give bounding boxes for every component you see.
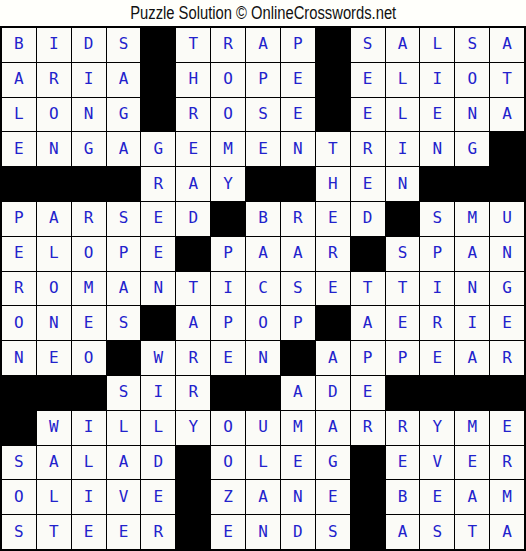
letter-cell[interactable]: L: [141, 411, 175, 445]
letter-cell[interactable]: G: [490, 272, 524, 306]
letter-cell[interactable]: L: [386, 63, 420, 97]
letter-cell[interactable]: C: [246, 272, 280, 306]
letter-cell[interactable]: E: [211, 515, 245, 549]
letter-cell[interactable]: A: [107, 132, 141, 166]
letter-cell[interactable]: E: [490, 411, 524, 445]
letter-cell[interactable]: D: [72, 28, 106, 62]
letter-cell[interactable]: R: [176, 98, 210, 132]
letter-cell[interactable]: T: [176, 28, 210, 62]
letter-cell[interactable]: A: [455, 237, 489, 271]
letter-cell[interactable]: R: [316, 237, 350, 271]
letter-cell[interactable]: E: [316, 272, 350, 306]
black-square: [2, 167, 36, 201]
letter-cell[interactable]: I: [386, 132, 420, 166]
letter-cell[interactable]: P: [107, 237, 141, 271]
letter-cell[interactable]: I: [141, 376, 175, 410]
letter-cell[interactable]: N: [246, 341, 280, 375]
letter-cell[interactable]: I: [37, 28, 71, 62]
letter-cell[interactable]: A: [316, 341, 350, 375]
letter-cell[interactable]: H: [176, 63, 210, 97]
letter-cell[interactable]: T: [455, 515, 489, 549]
letter-cell[interactable]: Z: [211, 480, 245, 514]
letter-cell[interactable]: E: [455, 446, 489, 480]
black-square: [211, 202, 245, 236]
letter-cell[interactable]: A: [176, 167, 210, 201]
letter-cell[interactable]: E: [141, 480, 175, 514]
black-square: [141, 28, 175, 62]
black-square: [37, 167, 71, 201]
letter-cell[interactable]: N: [455, 272, 489, 306]
letter-cell[interactable]: A: [37, 202, 71, 236]
letter-cell[interactable]: T: [386, 272, 420, 306]
black-square: [316, 63, 350, 97]
letter-cell[interactable]: O: [2, 480, 36, 514]
letter-cell[interactable]: A: [107, 63, 141, 97]
letter-cell[interactable]: R: [176, 341, 210, 375]
letter-cell[interactable]: A: [176, 306, 210, 340]
letter-cell[interactable]: N: [141, 272, 175, 306]
black-square: [420, 376, 454, 410]
letter-cell[interactable]: S: [2, 515, 36, 549]
letter-cell[interactable]: S: [420, 515, 454, 549]
black-square: [141, 63, 175, 97]
letter-cell[interactable]: E: [351, 63, 385, 97]
letter-cell[interactable]: A: [490, 98, 524, 132]
letter-cell[interactable]: E: [351, 167, 385, 201]
letter-cell[interactable]: T: [176, 272, 210, 306]
letter-cell[interactable]: O: [2, 306, 36, 340]
black-square: [386, 376, 420, 410]
letter-cell[interactable]: Y: [211, 167, 245, 201]
letter-cell[interactable]: D: [141, 446, 175, 480]
letter-cell[interactable]: A: [2, 63, 36, 97]
letter-cell[interactable]: S: [107, 306, 141, 340]
letter-cell[interactable]: S: [316, 515, 350, 549]
letter-cell[interactable]: E: [316, 480, 350, 514]
letter-cell[interactable]: A: [455, 480, 489, 514]
letter-cell[interactable]: A: [351, 306, 385, 340]
black-square: [141, 98, 175, 132]
letter-cell[interactable]: L: [420, 28, 454, 62]
crossword-grid: BIDSTRAPSALSAARIAHOPEELIOTLONGROSEELENAE…: [0, 26, 526, 551]
black-square: [420, 167, 454, 201]
letter-cell[interactable]: O: [37, 272, 71, 306]
letter-cell[interactable]: R: [141, 167, 175, 201]
letter-cell[interactable]: N: [281, 480, 315, 514]
letter-cell[interactable]: P: [386, 341, 420, 375]
letter-cell[interactable]: E: [386, 446, 420, 480]
letter-cell[interactable]: B: [246, 202, 280, 236]
letter-cell[interactable]: B: [386, 480, 420, 514]
letter-cell[interactable]: L: [107, 411, 141, 445]
letter-cell[interactable]: N: [455, 98, 489, 132]
letter-cell[interactable]: H: [316, 167, 350, 201]
letter-cell[interactable]: A: [107, 446, 141, 480]
letter-cell[interactable]: E: [386, 306, 420, 340]
letter-cell[interactable]: N: [490, 237, 524, 271]
letter-cell[interactable]: S: [246, 98, 280, 132]
letter-cell[interactable]: G: [316, 446, 350, 480]
letter-cell[interactable]: N: [386, 167, 420, 201]
black-square: [176, 480, 210, 514]
black-square: [246, 167, 280, 201]
black-square: [351, 446, 385, 480]
letter-cell[interactable]: A: [386, 515, 420, 549]
letter-cell[interactable]: T: [351, 272, 385, 306]
letter-cell[interactable]: E: [420, 341, 454, 375]
black-square: [2, 376, 36, 410]
letter-cell[interactable]: P: [351, 341, 385, 375]
letter-cell[interactable]: R: [37, 63, 71, 97]
letter-cell[interactable]: D: [316, 376, 350, 410]
letter-cell[interactable]: M: [455, 411, 489, 445]
letter-cell[interactable]: R: [211, 28, 245, 62]
letter-cell[interactable]: D: [176, 202, 210, 236]
letter-cell[interactable]: P: [211, 306, 245, 340]
letter-cell[interactable]: A: [37, 446, 71, 480]
letter-cell[interactable]: A: [246, 480, 280, 514]
letter-cell[interactable]: I: [455, 306, 489, 340]
letter-cell[interactable]: P: [2, 202, 36, 236]
letter-cell[interactable]: A: [246, 237, 280, 271]
black-square: [316, 98, 350, 132]
page-title: Puzzle Solution © OnlineCrosswords.net: [130, 3, 396, 24]
letter-cell[interactable]: E: [2, 132, 36, 166]
letter-cell[interactable]: R: [281, 202, 315, 236]
letter-cell[interactable]: A: [455, 341, 489, 375]
letter-cell[interactable]: E: [281, 446, 315, 480]
letter-cell[interactable]: S: [107, 202, 141, 236]
black-square: [386, 202, 420, 236]
letter-cell[interactable]: P: [281, 28, 315, 62]
letter-cell[interactable]: S: [107, 376, 141, 410]
letter-cell[interactable]: L: [37, 480, 71, 514]
letter-cell[interactable]: S: [420, 202, 454, 236]
letter-cell[interactable]: I: [72, 480, 106, 514]
letter-cell[interactable]: M: [490, 480, 524, 514]
letter-cell[interactable]: L: [37, 237, 71, 271]
letter-cell[interactable]: R: [176, 376, 210, 410]
letter-cell[interactable]: I: [211, 272, 245, 306]
letter-cell[interactable]: M: [455, 202, 489, 236]
black-square: [246, 376, 280, 410]
black-square: [72, 167, 106, 201]
black-square: [490, 167, 524, 201]
letter-cell[interactable]: U: [246, 411, 280, 445]
letter-cell[interactable]: P: [246, 63, 280, 97]
black-square: [455, 167, 489, 201]
letter-cell[interactable]: O: [211, 411, 245, 445]
letter-cell[interactable]: S: [386, 237, 420, 271]
letter-cell[interactable]: A: [386, 28, 420, 62]
letter-cell[interactable]: E: [420, 480, 454, 514]
letter-cell[interactable]: R: [490, 446, 524, 480]
letter-cell[interactable]: I: [72, 63, 106, 97]
letter-cell[interactable]: E: [351, 98, 385, 132]
letter-cell[interactable]: O: [37, 98, 71, 132]
black-square: [316, 306, 350, 340]
letter-cell[interactable]: G: [107, 98, 141, 132]
letter-cell[interactable]: O: [211, 63, 245, 97]
black-square: [141, 306, 175, 340]
letter-cell[interactable]: R: [490, 341, 524, 375]
letter-cell[interactable]: E: [107, 515, 141, 549]
letter-cell[interactable]: E: [2, 237, 36, 271]
letter-cell[interactable]: P: [211, 237, 245, 271]
letter-cell[interactable]: U: [490, 202, 524, 236]
letter-cell[interactable]: O: [72, 341, 106, 375]
black-square: [281, 167, 315, 201]
letter-cell[interactable]: E: [176, 132, 210, 166]
letter-cell[interactable]: Y: [420, 411, 454, 445]
letter-cell[interactable]: A: [281, 237, 315, 271]
letter-cell[interactable]: A: [490, 28, 524, 62]
letter-cell[interactable]: S: [107, 28, 141, 62]
letter-cell[interactable]: I: [420, 272, 454, 306]
letter-cell[interactable]: N: [2, 341, 36, 375]
letter-cell[interactable]: P: [281, 306, 315, 340]
letter-cell[interactable]: I: [420, 63, 454, 97]
letter-cell[interactable]: E: [211, 341, 245, 375]
letter-cell[interactable]: O: [246, 306, 280, 340]
letter-cell[interactable]: E: [420, 98, 454, 132]
letter-cell[interactable]: V: [420, 446, 454, 480]
letter-cell[interactable]: N: [37, 306, 71, 340]
letter-cell[interactable]: O: [211, 446, 245, 480]
black-square: [316, 28, 350, 62]
letter-cell[interactable]: S: [2, 446, 36, 480]
letter-cell[interactable]: R: [351, 411, 385, 445]
letter-cell[interactable]: L: [246, 446, 280, 480]
letter-cell[interactable]: M: [211, 132, 245, 166]
letter-cell[interactable]: L: [2, 98, 36, 132]
black-square: [176, 515, 210, 549]
letter-cell[interactable]: T: [490, 63, 524, 97]
letter-cell[interactable]: S: [281, 272, 315, 306]
letter-cell[interactable]: I: [72, 411, 106, 445]
letter-cell[interactable]: R: [420, 306, 454, 340]
black-square: [2, 411, 36, 445]
letter-cell[interactable]: W: [37, 411, 71, 445]
letter-cell[interactable]: R: [386, 411, 420, 445]
letter-cell[interactable]: T: [316, 132, 350, 166]
letter-cell[interactable]: O: [455, 63, 489, 97]
letter-cell[interactable]: P: [420, 237, 454, 271]
letter-cell[interactable]: L: [72, 446, 106, 480]
black-square: [281, 341, 315, 375]
letter-cell[interactable]: D: [281, 515, 315, 549]
letter-cell[interactable]: S: [351, 28, 385, 62]
letter-cell[interactable]: L: [386, 98, 420, 132]
title-bar: Puzzle Solution © OnlineCrosswords.net: [0, 0, 526, 26]
black-square: [176, 237, 210, 271]
letter-cell[interactable]: A: [316, 411, 350, 445]
black-square: [37, 376, 71, 410]
letter-cell[interactable]: S: [455, 28, 489, 62]
letter-cell[interactable]: E: [281, 98, 315, 132]
letter-cell[interactable]: E: [141, 237, 175, 271]
letter-cell[interactable]: E: [246, 132, 280, 166]
black-square: [351, 480, 385, 514]
black-square: [490, 376, 524, 410]
black-square: [490, 132, 524, 166]
letter-cell[interactable]: N: [72, 98, 106, 132]
letter-cell[interactable]: A: [107, 272, 141, 306]
letter-cell[interactable]: G: [141, 132, 175, 166]
black-square: [107, 341, 141, 375]
letter-cell[interactable]: E: [72, 515, 106, 549]
letter-cell[interactable]: N: [420, 132, 454, 166]
letter-cell[interactable]: A: [246, 28, 280, 62]
black-square: [455, 376, 489, 410]
letter-cell[interactable]: B: [2, 28, 36, 62]
black-square: [351, 515, 385, 549]
letter-cell[interactable]: M: [72, 272, 106, 306]
letter-cell[interactable]: E: [281, 63, 315, 97]
letter-cell[interactable]: D: [351, 202, 385, 236]
letter-cell[interactable]: E: [351, 376, 385, 410]
letter-cell[interactable]: T: [37, 515, 71, 549]
letter-cell[interactable]: M: [281, 411, 315, 445]
black-square: [351, 237, 385, 271]
letter-cell[interactable]: G: [455, 132, 489, 166]
letter-cell[interactable]: R: [141, 515, 175, 549]
letter-cell[interactable]: N: [37, 132, 71, 166]
black-square: [107, 167, 141, 201]
letter-cell[interactable]: E: [316, 202, 350, 236]
letter-cell[interactable]: R: [351, 132, 385, 166]
black-square: [176, 446, 210, 480]
letter-cell[interactable]: O: [211, 98, 245, 132]
letter-cell[interactable]: R: [72, 202, 106, 236]
letter-cell[interactable]: Y: [176, 411, 210, 445]
letter-cell[interactable]: V: [107, 480, 141, 514]
letter-cell[interactable]: A: [490, 515, 524, 549]
letter-cell[interactable]: N: [281, 132, 315, 166]
letter-cell[interactable]: N: [246, 515, 280, 549]
letter-cell[interactable]: O: [72, 237, 106, 271]
letter-cell[interactable]: E: [141, 202, 175, 236]
letter-cell[interactable]: W: [141, 341, 175, 375]
letter-cell[interactable]: G: [72, 132, 106, 166]
black-square: [72, 376, 106, 410]
letter-cell[interactable]: E: [37, 341, 71, 375]
letter-cell[interactable]: A: [281, 376, 315, 410]
letter-cell[interactable]: E: [490, 306, 524, 340]
black-square: [211, 376, 245, 410]
letter-cell[interactable]: R: [2, 272, 36, 306]
letter-cell[interactable]: E: [72, 306, 106, 340]
